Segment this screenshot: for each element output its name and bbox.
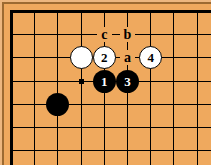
grid-line-horizontal-6 <box>10 127 211 128</box>
black-stone-1: 1 <box>93 70 116 93</box>
grid-line-horizontal-7 <box>10 150 211 151</box>
star-point-hoshi <box>79 79 84 84</box>
white-stone-plain <box>70 46 93 69</box>
point-label-a: a <box>120 50 135 65</box>
black-stone-3: 3 <box>116 70 139 93</box>
go-diagram: abc1234 <box>0 0 211 165</box>
grid-line-horizontal-1 <box>10 10 211 13</box>
point-label-c: c <box>97 27 112 42</box>
grid-line-horizontal-5 <box>10 104 211 105</box>
point-label-b: b <box>120 27 135 42</box>
